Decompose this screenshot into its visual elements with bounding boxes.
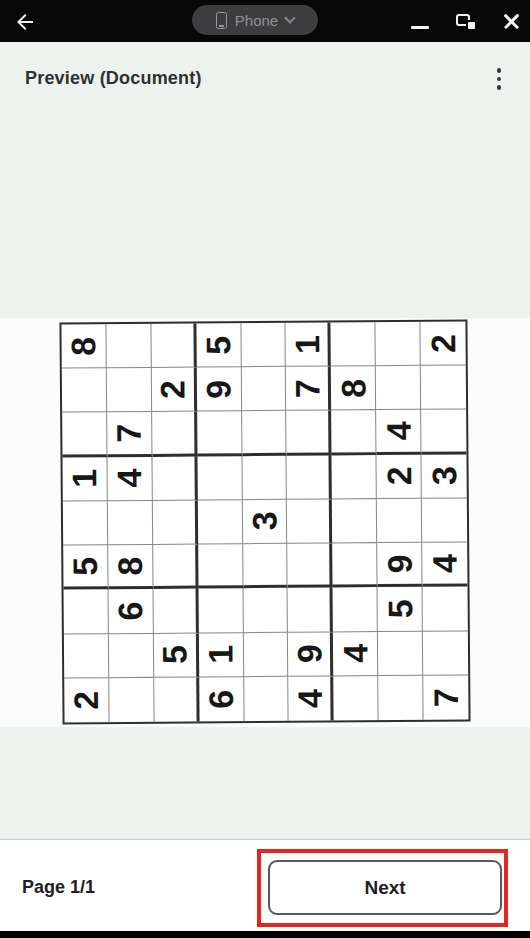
grid-cell-r3c5	[242, 411, 287, 456]
given-digit: 4	[338, 644, 372, 663]
back-button[interactable]	[12, 9, 38, 35]
grid-cell-r5c6	[287, 499, 332, 544]
grid-cell-r5c4	[197, 500, 242, 545]
grid-cell-r9c6: 4	[289, 676, 334, 721]
grid-cell-r1c5	[241, 323, 286, 368]
given-digit: 1	[290, 335, 324, 354]
grid-cell-r4c2: 4	[107, 457, 152, 502]
kebab-dot	[497, 85, 502, 90]
grid-cell-r1c1: 8	[61, 324, 106, 369]
grid-cell-r7c8: 5	[378, 587, 423, 632]
red-highlight-annotation: Next	[257, 849, 508, 927]
grid-cell-r9c8	[378, 676, 423, 721]
grid-cell-r4c9: 3	[422, 454, 467, 499]
given-digit: 3	[247, 512, 281, 531]
grid-cell-r1c2	[106, 324, 151, 369]
grid-cell-r8c4: 1	[199, 633, 244, 678]
close-button[interactable]	[503, 13, 520, 30]
grid-cell-r1c4: 5	[196, 323, 241, 368]
grid-cell-r6c2: 8	[108, 545, 153, 590]
minimize-button[interactable]	[411, 26, 429, 29]
grid-cell-r3c4	[197, 412, 242, 457]
grid-cell-r3c9	[421, 410, 466, 455]
given-digit: 5	[158, 645, 192, 664]
grid-cell-r3c3	[152, 412, 197, 457]
grid-cell-r8c2	[109, 633, 154, 678]
grid-cell-r6c9: 4	[422, 543, 467, 588]
grid-cell-r5c1	[63, 501, 108, 546]
given-digit: 2	[69, 691, 103, 710]
grid-cell-r2c2	[107, 368, 152, 413]
given-digit: 4	[112, 469, 146, 488]
kebab-dot	[497, 68, 502, 73]
given-digit: 8	[113, 556, 147, 575]
grid-cell-r7c2: 6	[108, 589, 153, 634]
grid-cell-r6c4	[198, 544, 243, 589]
grid-cell-r6c3	[153, 545, 198, 590]
grid-cell-r8c9	[423, 631, 468, 676]
grid-cell-r7c6	[288, 588, 333, 633]
grid-cell-r8c7: 4	[333, 632, 378, 677]
grid-cell-r5c7	[332, 499, 377, 544]
more-options-menu-button[interactable]	[491, 64, 507, 94]
grid-cell-r4c4	[197, 456, 242, 501]
grid-cell-r3c7	[331, 411, 376, 456]
given-digit: 6	[204, 690, 238, 709]
grid-cell-r2c7: 8	[331, 366, 376, 411]
given-digit: 6	[113, 601, 147, 620]
grid-cell-r3c1	[62, 413, 107, 458]
given-digit: 3	[427, 466, 461, 485]
grid-cell-r4c1: 1	[62, 457, 107, 502]
grid-cell-r5c8	[377, 499, 422, 544]
back-arrow-icon	[13, 10, 37, 34]
given-digit: 5	[201, 335, 235, 354]
chevron-down-icon	[285, 12, 296, 23]
grid-cell-r4c8: 2	[377, 454, 422, 499]
given-digit: 4	[293, 689, 327, 708]
grid-cell-r8c8	[378, 631, 423, 676]
grid-cell-r4c6	[287, 455, 332, 500]
kebab-dot	[497, 77, 502, 82]
grid-cell-r1c8	[376, 322, 421, 367]
grid-cell-r8c6: 9	[288, 632, 333, 677]
grid-cell-r6c6	[288, 544, 333, 589]
given-digit: 1	[204, 645, 238, 664]
grid-cell-r6c8: 9	[377, 543, 422, 588]
grid-cell-r2c3: 2	[152, 368, 197, 413]
given-digit: 4	[428, 554, 462, 573]
grid-cell-r2c8	[376, 366, 421, 411]
grid-cell-r6c7	[332, 543, 377, 588]
restore-window-button[interactable]	[456, 14, 475, 29]
grid-cell-r7c1	[64, 590, 109, 635]
grid-cell-r1c6: 1	[286, 322, 331, 367]
given-digit: 2	[426, 334, 460, 353]
grid-cell-r3c2: 7	[107, 412, 152, 457]
given-digit: 8	[66, 336, 100, 355]
grid-cell-r2c1	[62, 368, 107, 413]
given-digit: 5	[383, 599, 417, 618]
grid-cell-r1c3	[151, 324, 196, 369]
grid-cell-r7c4	[198, 589, 243, 634]
window-title-bar: Phone	[0, 0, 530, 42]
sudoku-grid: 85122978741423358946551942647	[59, 319, 470, 724]
grid-cell-r9c7	[334, 676, 379, 721]
grid-cell-r5c3	[153, 500, 198, 545]
grid-cell-r3c6	[287, 411, 332, 456]
grid-cell-r5c2	[108, 501, 153, 546]
next-button[interactable]: Next	[268, 860, 502, 915]
document-preview-image: 85122978741423358946551942647	[0, 318, 530, 727]
grid-cell-r5c9	[422, 498, 467, 543]
grid-cell-r6c1: 5	[63, 545, 108, 590]
grid-cell-r8c5	[243, 632, 288, 677]
grid-cell-r9c4: 6	[199, 677, 244, 722]
grid-cell-r3c8: 4	[376, 410, 421, 455]
grid-cell-r2c4: 9	[196, 367, 241, 412]
grid-cell-r4c5	[242, 455, 287, 500]
grid-cell-r6c5	[243, 544, 288, 589]
grid-cell-r9c9: 7	[423, 675, 468, 720]
given-digit: 7	[290, 379, 324, 398]
given-digit: 7	[112, 424, 146, 443]
grid-cell-r9c2	[109, 678, 154, 723]
grid-cell-r9c1: 2	[64, 678, 109, 723]
given-digit: 9	[201, 380, 235, 399]
given-digit: 9	[382, 554, 416, 573]
grid-cell-r9c5	[244, 677, 289, 722]
given-digit: 5	[68, 557, 102, 576]
page-indicator: Page 1/1	[22, 877, 95, 898]
grid-cell-r5c5: 3	[242, 500, 287, 545]
page-title: Preview (Document)	[25, 68, 202, 89]
grid-cell-r7c5	[243, 588, 288, 633]
grid-cell-r1c9: 2	[421, 321, 466, 366]
grid-cell-r1c7	[331, 322, 376, 367]
given-digit: 1	[68, 469, 102, 488]
device-selector-dropdown[interactable]: Phone	[192, 5, 318, 35]
grid-cell-r4c7	[332, 455, 377, 500]
grid-cell-r7c3	[153, 589, 198, 634]
given-digit: 8	[336, 379, 370, 398]
given-digit: 9	[292, 644, 326, 663]
grid-cell-r7c9	[423, 587, 468, 632]
grid-cell-r8c3: 5	[154, 633, 199, 678]
phone-icon	[216, 12, 227, 29]
device-label: Phone	[235, 13, 278, 28]
given-digit: 4	[381, 421, 415, 440]
grid-cell-r9c3	[154, 677, 199, 722]
grid-cell-r7c7	[333, 587, 378, 632]
given-digit: 7	[429, 688, 463, 707]
grid-cell-r2c6: 7	[286, 367, 331, 412]
given-digit: 2	[156, 380, 190, 399]
bottom-black-strip	[0, 931, 530, 938]
given-digit: 2	[382, 467, 416, 486]
grid-cell-r2c9	[421, 366, 466, 411]
grid-cell-r2c5	[241, 367, 286, 412]
grid-cell-r4c3	[152, 456, 197, 501]
grid-cell-r8c1	[64, 634, 109, 679]
